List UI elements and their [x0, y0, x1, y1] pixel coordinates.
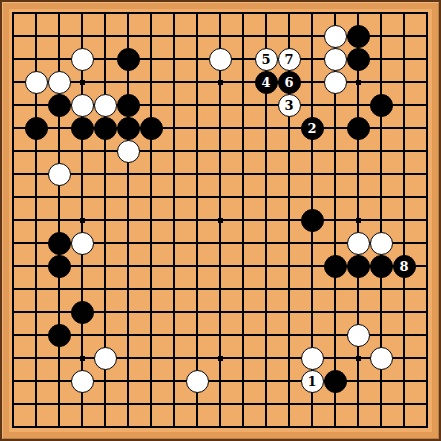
white-stone	[370, 347, 393, 370]
move-6-stone: 6	[278, 71, 301, 94]
white-stone	[71, 232, 94, 255]
grid-line-horizontal	[12, 426, 428, 428]
white-stone	[71, 94, 94, 117]
white-stone	[324, 25, 347, 48]
white-stone	[94, 347, 117, 370]
black-stone	[117, 48, 140, 71]
white-stone	[117, 140, 140, 163]
white-stone	[324, 71, 347, 94]
grid-line-horizontal	[12, 288, 428, 290]
white-stone	[71, 48, 94, 71]
white-stone	[186, 370, 209, 393]
move-5-stone: 5	[255, 48, 278, 71]
black-stone	[48, 324, 71, 347]
black-stone	[347, 25, 370, 48]
black-stone	[370, 255, 393, 278]
star-point	[80, 80, 85, 85]
move-1-stone: 1	[301, 370, 324, 393]
star-point	[356, 356, 361, 361]
white-stone	[48, 71, 71, 94]
black-stone	[117, 94, 140, 117]
white-stone	[48, 163, 71, 186]
go-board[interactable]: 57463281	[0, 0, 441, 441]
white-stone	[71, 370, 94, 393]
black-stone	[94, 117, 117, 140]
black-stone	[370, 94, 393, 117]
star-point	[218, 218, 223, 223]
black-stone	[324, 255, 347, 278]
grid-line-horizontal	[12, 403, 428, 405]
move-4-stone: 4	[255, 71, 278, 94]
white-stone	[94, 94, 117, 117]
star-point	[218, 80, 223, 85]
white-stone	[347, 232, 370, 255]
white-stone	[301, 347, 324, 370]
star-point	[80, 356, 85, 361]
grid-line-vertical	[403, 12, 405, 428]
black-stone	[347, 48, 370, 71]
white-stone	[209, 48, 232, 71]
black-stone	[71, 301, 94, 324]
white-stone	[347, 324, 370, 347]
black-stone	[117, 117, 140, 140]
black-stone	[48, 94, 71, 117]
black-stone	[48, 255, 71, 278]
move-3-stone: 3	[278, 94, 301, 117]
move-7-stone: 7	[278, 48, 301, 71]
white-stone	[324, 48, 347, 71]
star-point	[218, 356, 223, 361]
grid-line-vertical	[242, 12, 244, 428]
move-2-stone: 2	[301, 117, 324, 140]
black-stone	[324, 370, 347, 393]
star-point	[80, 218, 85, 223]
star-point	[356, 218, 361, 223]
black-stone	[347, 255, 370, 278]
black-stone	[301, 209, 324, 232]
white-stone	[25, 71, 48, 94]
black-stone	[25, 117, 48, 140]
black-stone	[71, 117, 94, 140]
black-stone	[48, 232, 71, 255]
move-8-stone: 8	[393, 255, 416, 278]
white-stone	[370, 232, 393, 255]
black-stone	[347, 117, 370, 140]
grid-line-vertical	[426, 12, 428, 428]
star-point	[356, 80, 361, 85]
black-stone	[140, 117, 163, 140]
